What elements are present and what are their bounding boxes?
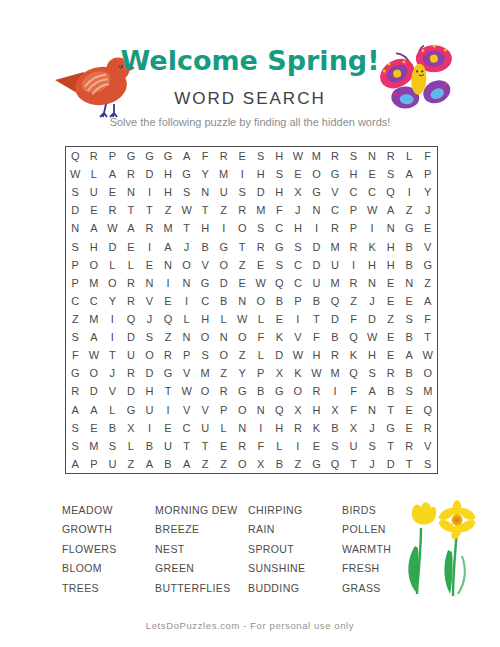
grid-cell[interactable]: X [289, 401, 308, 419]
grid-cell[interactable]: B [214, 292, 233, 310]
grid-cell[interactable]: F [196, 147, 215, 165]
grid-cell[interactable]: R [251, 238, 270, 256]
grid-cell[interactable]: Q [270, 274, 289, 292]
grid-cell[interactable]: R [381, 364, 400, 382]
grid-cell[interactable]: U [159, 437, 178, 455]
grid-cell[interactable]: T [196, 201, 215, 219]
grid-cell[interactable]: E [307, 437, 326, 455]
grid-cell[interactable]: E [85, 201, 104, 219]
grid-cell[interactable]: I [344, 256, 363, 274]
grid-cell[interactable]: G [270, 382, 289, 400]
grid-cell[interactable]: O [233, 455, 252, 473]
grid-cell[interactable]: W [103, 219, 122, 237]
grid-cell[interactable]: D [122, 382, 141, 400]
grid-cell[interactable]: T [418, 328, 437, 346]
grid-cell[interactable]: A [85, 401, 104, 419]
grid-cell[interactable]: O [233, 401, 252, 419]
grid-cell[interactable]: X [289, 183, 308, 201]
grid-cell[interactable]: D [270, 346, 289, 364]
grid-cell[interactable]: L [177, 310, 196, 328]
grid-cell[interactable]: M [418, 382, 437, 400]
grid-cell[interactable]: D [363, 310, 382, 328]
grid-cell[interactable]: D [85, 382, 104, 400]
grid-cell[interactable]: K [363, 238, 382, 256]
grid-cell[interactable]: G [418, 256, 437, 274]
grid-cell[interactable]: C [289, 256, 308, 274]
grid-cell[interactable]: Z [159, 201, 178, 219]
grid-cell[interactable]: W [85, 346, 104, 364]
grid-cell[interactable]: H [270, 147, 289, 165]
grid-cell[interactable]: O [251, 292, 270, 310]
grid-cell[interactable]: D [66, 201, 85, 219]
grid-cell[interactable]: O [196, 382, 215, 400]
grid-cell[interactable]: D [103, 238, 122, 256]
grid-cell[interactable]: B [196, 238, 215, 256]
grid-cell[interactable]: W [233, 310, 252, 328]
grid-cell[interactable]: T [196, 437, 215, 455]
grid-cell[interactable]: S [66, 238, 85, 256]
grid-cell[interactable]: G [66, 364, 85, 382]
grid-cell[interactable]: B [159, 455, 178, 473]
grid-cell[interactable]: I [140, 238, 159, 256]
grid-cell[interactable]: E [381, 292, 400, 310]
grid-cell[interactable]: T [233, 238, 252, 256]
grid-cell[interactable]: A [85, 328, 104, 346]
grid-cell[interactable]: I [140, 419, 159, 437]
grid-cell[interactable]: D [251, 183, 270, 201]
grid-cell[interactable]: P [103, 147, 122, 165]
grid-cell[interactable]: E [418, 219, 437, 237]
grid-cell[interactable]: R [103, 201, 122, 219]
grid-cell[interactable]: B [270, 455, 289, 473]
grid-cell[interactable]: L [214, 310, 233, 328]
grid-cell[interactable]: P [85, 455, 104, 473]
grid-cell[interactable]: B [270, 292, 289, 310]
grid-cell[interactable]: M [196, 364, 215, 382]
grid-cell[interactable]: B [326, 328, 345, 346]
grid-cell[interactable]: Z [400, 201, 419, 219]
grid-cell[interactable]: A [103, 165, 122, 183]
grid-cell[interactable]: S [400, 310, 419, 328]
grid-cell[interactable]: M [85, 437, 104, 455]
grid-cell[interactable]: M [326, 274, 345, 292]
grid-cell[interactable]: V [326, 183, 345, 201]
grid-cell[interactable]: M [85, 310, 104, 328]
grid-cell[interactable]: S [344, 147, 363, 165]
grid-cell[interactable]: I [251, 419, 270, 437]
grid-cell[interactable]: U [140, 401, 159, 419]
grid-cell[interactable]: U [326, 256, 345, 274]
grid-cell[interactable]: J [363, 292, 382, 310]
grid-cell[interactable]: P [251, 364, 270, 382]
grid-cell[interactable]: L [85, 165, 104, 183]
grid-cell[interactable]: Z [289, 455, 308, 473]
grid-cell[interactable]: E [140, 256, 159, 274]
grid-cell[interactable]: K [307, 419, 326, 437]
grid-cell[interactable]: F [251, 437, 270, 455]
grid-cell[interactable]: N [363, 274, 382, 292]
grid-cell[interactable]: F [344, 401, 363, 419]
grid-cell[interactable]: S [66, 328, 85, 346]
grid-cell[interactable]: M [307, 147, 326, 165]
grid-cell[interactable]: A [66, 455, 85, 473]
grid-cell[interactable]: N [196, 183, 215, 201]
grid-cell[interactable]: N [251, 401, 270, 419]
grid-cell[interactable]: S [103, 437, 122, 455]
grid-cell[interactable]: J [140, 310, 159, 328]
grid-cell[interactable]: I [307, 219, 326, 237]
grid-cell[interactable]: A [122, 219, 141, 237]
grid-cell[interactable]: A [381, 201, 400, 219]
grid-cell[interactable]: P [418, 165, 437, 183]
grid-cell[interactable]: D [326, 310, 345, 328]
grid-cell[interactable]: B [400, 238, 419, 256]
grid-cell[interactable]: D [307, 256, 326, 274]
grid-cell[interactable]: U [122, 346, 141, 364]
grid-cell[interactable]: H [363, 346, 382, 364]
grid-cell[interactable]: S [363, 364, 382, 382]
grid-cell[interactable]: N [122, 183, 141, 201]
grid-cell[interactable]: S [270, 165, 289, 183]
grid-cell[interactable]: S [66, 183, 85, 201]
grid-cell[interactable]: S [196, 346, 215, 364]
grid-cell[interactable]: R [122, 364, 141, 382]
grid-cell[interactable]: W [289, 147, 308, 165]
grid-cell[interactable]: Z [344, 292, 363, 310]
grid-cell[interactable]: C [326, 201, 345, 219]
grid-cell[interactable]: C [289, 274, 308, 292]
grid-cell[interactable]: U [344, 437, 363, 455]
grid-cell[interactable]: N [159, 256, 178, 274]
grid-cell[interactable]: I [400, 183, 419, 201]
grid-cell[interactable]: S [418, 455, 437, 473]
grid-cell[interactable]: E [233, 147, 252, 165]
grid-cell[interactable]: R [326, 147, 345, 165]
grid-cell[interactable]: C [85, 292, 104, 310]
grid-cell[interactable]: S [66, 419, 85, 437]
grid-cell[interactable]: W [66, 165, 85, 183]
grid-cell[interactable]: C [196, 292, 215, 310]
grid-cell[interactable]: B [400, 364, 419, 382]
grid-cell[interactable]: P [66, 274, 85, 292]
grid-cell[interactable]: V [196, 401, 215, 419]
grid-cell[interactable]: F [418, 310, 437, 328]
grid-cell[interactable]: H [381, 238, 400, 256]
grid-cell[interactable]: P [289, 292, 308, 310]
grid-cell[interactable]: X [344, 419, 363, 437]
grid-cell[interactable]: J [177, 238, 196, 256]
grid-cell[interactable]: V [177, 364, 196, 382]
grid-cell[interactable]: O [418, 364, 437, 382]
grid-cell[interactable]: T [177, 437, 196, 455]
grid-cell[interactable]: S [66, 437, 85, 455]
grid-cell[interactable]: B [381, 382, 400, 400]
grid-cell[interactable]: U [307, 274, 326, 292]
grid-cell[interactable]: N [214, 328, 233, 346]
grid-cell[interactable]: E [289, 165, 308, 183]
grid-cell[interactable]: W [289, 346, 308, 364]
grid-cell[interactable]: S [400, 382, 419, 400]
grid-cell[interactable]: A [66, 401, 85, 419]
grid-cell[interactable]: A [85, 219, 104, 237]
grid-cell[interactable]: R [233, 437, 252, 455]
grid-cell[interactable]: F [251, 328, 270, 346]
grid-cell[interactable]: N [381, 219, 400, 237]
grid-cell[interactable]: R [140, 219, 159, 237]
grid-cell[interactable]: F [344, 382, 363, 400]
grid-cell[interactable]: I [326, 382, 345, 400]
grid-cell[interactable]: K [289, 364, 308, 382]
grid-cell[interactable]: F [418, 147, 437, 165]
grid-cell[interactable]: I [363, 219, 382, 237]
grid-cell[interactable]: C [177, 419, 196, 437]
grid-cell[interactable]: I [214, 219, 233, 237]
grid-cell[interactable]: Q [326, 292, 345, 310]
grid-cell[interactable]: T [177, 219, 196, 237]
grid-cell[interactable]: Z [233, 256, 252, 274]
grid-cell[interactable]: H [344, 165, 363, 183]
grid-cell[interactable]: O [289, 382, 308, 400]
grid-cell[interactable]: H [270, 183, 289, 201]
grid-cell[interactable]: M [159, 219, 178, 237]
grid-cell[interactable]: R [85, 147, 104, 165]
grid-cell[interactable]: D [381, 455, 400, 473]
grid-cell[interactable]: Q [381, 183, 400, 201]
grid-cell[interactable]: S [326, 437, 345, 455]
grid-cell[interactable]: Y [418, 183, 437, 201]
grid-cell[interactable]: E [381, 346, 400, 364]
grid-cell[interactable]: R [381, 147, 400, 165]
grid-cell[interactable]: B [307, 292, 326, 310]
grid-cell[interactable]: B [326, 419, 345, 437]
grid-cell[interactable]: I [289, 310, 308, 328]
grid-cell[interactable]: U [196, 419, 215, 437]
grid-cell[interactable]: H [307, 346, 326, 364]
grid-cell[interactable]: W [177, 382, 196, 400]
grid-cell[interactable]: N [233, 292, 252, 310]
grid-cell[interactable]: P [214, 401, 233, 419]
grid-cell[interactable]: F [344, 310, 363, 328]
grid-cell[interactable]: X [251, 455, 270, 473]
grid-cell[interactable]: U [85, 183, 104, 201]
grid-cell[interactable]: S [251, 147, 270, 165]
grid-cell[interactable]: B [140, 437, 159, 455]
grid-cell[interactable]: H [270, 419, 289, 437]
grid-cell[interactable]: A [418, 292, 437, 310]
grid-cell[interactable]: T [307, 310, 326, 328]
grid-cell[interactable]: E [85, 419, 104, 437]
grid-cell[interactable]: Z [233, 346, 252, 364]
grid-cell[interactable]: R [326, 346, 345, 364]
grid-cell[interactable]: N [66, 219, 85, 237]
grid-cell[interactable]: T [400, 455, 419, 473]
grid-cell[interactable]: I [103, 310, 122, 328]
grid-cell[interactable]: N [177, 274, 196, 292]
grid-cell[interactable]: Y [233, 364, 252, 382]
grid-cell[interactable]: X [270, 364, 289, 382]
grid-cell[interactable]: A [363, 382, 382, 400]
grid-cell[interactable]: J [103, 364, 122, 382]
grid-cell[interactable]: H [289, 219, 308, 237]
grid-cell[interactable]: H [85, 238, 104, 256]
grid-cell[interactable]: M [85, 274, 104, 292]
grid-cell[interactable]: F [270, 201, 289, 219]
grid-cell[interactable]: T [381, 437, 400, 455]
grid-cell[interactable]: O [140, 346, 159, 364]
grid-cell[interactable]: S [289, 238, 308, 256]
grid-cell[interactable]: P [66, 256, 85, 274]
grid-cell[interactable]: Q [159, 310, 178, 328]
grid-cell[interactable]: V [177, 401, 196, 419]
grid-cell[interactable]: R [307, 382, 326, 400]
grid-cell[interactable]: K [270, 328, 289, 346]
grid-cell[interactable]: C [66, 292, 85, 310]
grid-cell[interactable]: J [418, 201, 437, 219]
grid-cell[interactable]: E [103, 183, 122, 201]
grid-cell[interactable]: R [122, 274, 141, 292]
grid-cell[interactable]: Z [122, 455, 141, 473]
grid-cell[interactable]: R [214, 382, 233, 400]
grid-cell[interactable]: G [233, 382, 252, 400]
grid-cell[interactable]: G [307, 183, 326, 201]
grid-cell[interactable]: P [344, 201, 363, 219]
grid-cell[interactable]: Z [214, 455, 233, 473]
grid-cell[interactable]: L [214, 419, 233, 437]
grid-cell[interactable]: E [400, 292, 419, 310]
grid-cell[interactable]: C [344, 183, 363, 201]
grid-cell[interactable]: S [177, 183, 196, 201]
grid-cell[interactable]: D [214, 274, 233, 292]
grid-cell[interactable]: G [196, 274, 215, 292]
grid-cell[interactable]: M [214, 165, 233, 183]
grid-cell[interactable]: V [103, 382, 122, 400]
grid-cell[interactable]: O [307, 165, 326, 183]
grid-cell[interactable]: O [177, 256, 196, 274]
grid-cell[interactable]: H [381, 256, 400, 274]
grid-cell[interactable]: Y [196, 165, 215, 183]
grid-cell[interactable]: H [159, 165, 178, 183]
grid-cell[interactable]: L [122, 437, 141, 455]
grid-cell[interactable]: E [122, 238, 141, 256]
grid-cell[interactable]: G [307, 455, 326, 473]
grid-cell[interactable]: D [140, 165, 159, 183]
grid-cell[interactable]: R [344, 238, 363, 256]
grid-cell[interactable]: E [381, 328, 400, 346]
grid-cell[interactable]: V [196, 256, 215, 274]
grid-cell[interactable]: O [103, 274, 122, 292]
grid-cell[interactable]: W [418, 346, 437, 364]
grid-cell[interactable]: H [307, 401, 326, 419]
grid-cell[interactable]: H [140, 382, 159, 400]
grid-cell[interactable]: O [85, 364, 104, 382]
grid-cell[interactable]: T [381, 401, 400, 419]
grid-cell[interactable]: S [233, 183, 252, 201]
grid-cell[interactable]: W [307, 364, 326, 382]
grid-cell[interactable]: A [159, 238, 178, 256]
grid-cell[interactable]: O [214, 346, 233, 364]
grid-cell[interactable]: W [363, 328, 382, 346]
grid-cell[interactable]: E [363, 165, 382, 183]
grid-cell[interactable]: Q [418, 401, 437, 419]
grid-cell[interactable]: H [196, 310, 215, 328]
grid-cell[interactable]: L [103, 256, 122, 274]
grid-cell[interactable]: I [103, 328, 122, 346]
grid-cell[interactable]: A [177, 147, 196, 165]
grid-cell[interactable]: G [140, 147, 159, 165]
grid-cell[interactable]: T [122, 201, 141, 219]
grid-cell[interactable]: O [85, 256, 104, 274]
grid-cell[interactable]: O [233, 328, 252, 346]
grid-cell[interactable]: R [344, 274, 363, 292]
grid-cell[interactable]: Q [344, 328, 363, 346]
grid-cell[interactable]: S [140, 328, 159, 346]
grid-cell[interactable]: N [363, 147, 382, 165]
grid-cell[interactable]: X [326, 401, 345, 419]
grid-cell[interactable]: E [159, 292, 178, 310]
grid-cell[interactable]: I [140, 183, 159, 201]
grid-cell[interactable]: P [344, 219, 363, 237]
grid-cell[interactable]: B [251, 382, 270, 400]
grid-cell[interactable]: Q [270, 401, 289, 419]
grid-cell[interactable]: C [270, 219, 289, 237]
grid-cell[interactable]: R [66, 382, 85, 400]
grid-cell[interactable]: I [159, 274, 178, 292]
grid-cell[interactable]: T [159, 382, 178, 400]
grid-cell[interactable]: G [270, 238, 289, 256]
grid-cell[interactable]: T [103, 346, 122, 364]
grid-cell[interactable]: Z [159, 328, 178, 346]
grid-cell[interactable]: E [251, 256, 270, 274]
grid-cell[interactable]: D [140, 364, 159, 382]
grid-cell[interactable]: R [233, 201, 252, 219]
grid-cell[interactable]: O [196, 328, 215, 346]
grid-cell[interactable]: G [159, 364, 178, 382]
grid-cell[interactable]: D [307, 238, 326, 256]
grid-cell[interactable]: R [122, 292, 141, 310]
grid-cell[interactable]: G [122, 147, 141, 165]
grid-cell[interactable]: S [270, 256, 289, 274]
grid-cell[interactable]: O [233, 219, 252, 237]
grid-cell[interactable]: O [214, 256, 233, 274]
grid-cell[interactable]: Y [103, 292, 122, 310]
grid-cell[interactable]: V [418, 238, 437, 256]
grid-cell[interactable]: J [363, 419, 382, 437]
grid-cell[interactable]: R [289, 419, 308, 437]
grid-cell[interactable]: C [363, 183, 382, 201]
grid-cell[interactable]: I [159, 401, 178, 419]
grid-cell[interactable]: J [289, 201, 308, 219]
grid-cell[interactable]: S [251, 219, 270, 237]
grid-cell[interactable]: R [159, 346, 178, 364]
grid-cell[interactable]: A [177, 455, 196, 473]
grid-cell[interactable]: M [326, 364, 345, 382]
grid-cell[interactable]: T [344, 455, 363, 473]
grid-cell[interactable]: G [159, 147, 178, 165]
grid-cell[interactable]: K [344, 346, 363, 364]
grid-cell[interactable]: J [363, 455, 382, 473]
grid-cell[interactable]: Q [122, 310, 141, 328]
grid-cell[interactable]: I [177, 292, 196, 310]
grid-cell[interactable]: E [159, 419, 178, 437]
grid-cell[interactable]: H [363, 256, 382, 274]
grid-cell[interactable]: E [233, 274, 252, 292]
grid-cell[interactable]: W [363, 201, 382, 219]
grid-cell[interactable]: A [400, 165, 419, 183]
grid-cell[interactable]: G [326, 165, 345, 183]
grid-cell[interactable]: L [122, 256, 141, 274]
grid-cell[interactable]: S [381, 165, 400, 183]
grid-cell[interactable]: L [251, 346, 270, 364]
